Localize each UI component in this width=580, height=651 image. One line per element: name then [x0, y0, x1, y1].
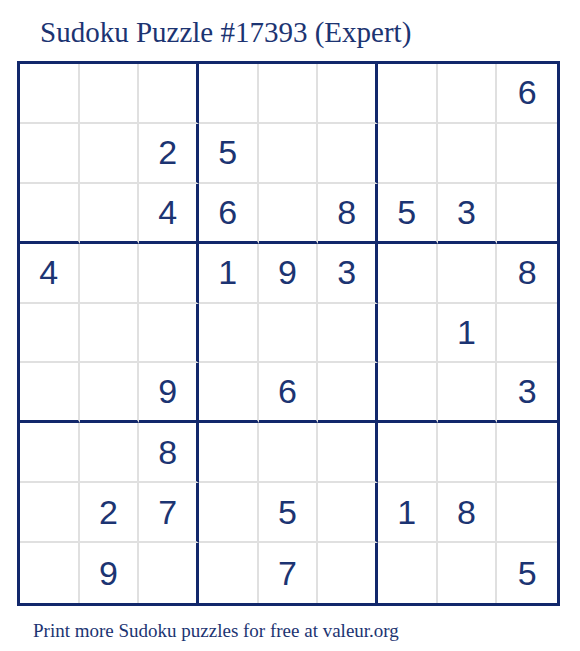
cell-r1c1	[20, 64, 80, 124]
cell-r2c8	[438, 124, 498, 184]
cell-r2c4: 5	[199, 124, 259, 184]
cell-r6c3: 9	[139, 363, 199, 423]
cell-r2c5	[259, 124, 319, 184]
cell-r1c4	[199, 64, 259, 124]
cell-r6c2	[80, 363, 140, 423]
cell-r4c4: 1	[199, 244, 259, 304]
cell-r8c7: 1	[378, 483, 438, 543]
cell-r7c7	[378, 423, 438, 483]
cell-r4c3	[139, 244, 199, 304]
cell-r5c1	[20, 304, 80, 364]
cell-r5c2	[80, 304, 140, 364]
cell-r2c9	[497, 124, 557, 184]
cell-r1c9: 6	[497, 64, 557, 124]
cell-r9c2: 9	[80, 543, 140, 603]
cell-r5c3	[139, 304, 199, 364]
cell-r8c6	[318, 483, 378, 543]
cell-r9c9: 5	[497, 543, 557, 603]
cell-r8c3: 7	[139, 483, 199, 543]
cell-r7c3: 8	[139, 423, 199, 483]
cell-r5c8: 1	[438, 304, 498, 364]
cell-r8c9	[497, 483, 557, 543]
cell-r7c2	[80, 423, 140, 483]
cell-r3c7: 5	[378, 184, 438, 244]
cell-r3c3: 4	[139, 184, 199, 244]
cell-r2c2	[80, 124, 140, 184]
cell-r1c7	[378, 64, 438, 124]
cell-r9c4	[199, 543, 259, 603]
footer-text: Print more Sudoku puzzles for free at va…	[33, 620, 580, 642]
cell-r5c7	[378, 304, 438, 364]
cell-r1c6	[318, 64, 378, 124]
cell-r8c5: 5	[259, 483, 319, 543]
cell-r9c7	[378, 543, 438, 603]
cell-r6c9: 3	[497, 363, 557, 423]
cell-r7c5	[259, 423, 319, 483]
cell-r5c6	[318, 304, 378, 364]
cell-r3c8: 3	[438, 184, 498, 244]
cell-r6c6	[318, 363, 378, 423]
cell-r6c5: 6	[259, 363, 319, 423]
cell-r2c6	[318, 124, 378, 184]
cell-r2c1	[20, 124, 80, 184]
cell-r4c8	[438, 244, 498, 304]
cell-r6c7	[378, 363, 438, 423]
cell-r4c9: 8	[497, 244, 557, 304]
cell-r8c2: 2	[80, 483, 140, 543]
cell-r4c2	[80, 244, 140, 304]
cell-r1c2	[80, 64, 140, 124]
cell-r5c4	[199, 304, 259, 364]
cell-r1c5	[259, 64, 319, 124]
cell-r3c4: 6	[199, 184, 259, 244]
cell-r3c1	[20, 184, 80, 244]
cell-r9c8	[438, 543, 498, 603]
cell-r3c9	[497, 184, 557, 244]
cell-r7c6	[318, 423, 378, 483]
cell-r7c9	[497, 423, 557, 483]
cell-r4c7	[378, 244, 438, 304]
page-title: Sudoku Puzzle #17393 (Expert)	[40, 16, 580, 49]
cell-r1c3	[139, 64, 199, 124]
cell-r9c6	[318, 543, 378, 603]
cell-r5c5	[259, 304, 319, 364]
cell-r1c8	[438, 64, 498, 124]
cell-r8c1	[20, 483, 80, 543]
cell-r9c3	[139, 543, 199, 603]
cell-r3c2	[80, 184, 140, 244]
cell-r7c1	[20, 423, 80, 483]
cell-r4c6: 3	[318, 244, 378, 304]
cell-r4c1: 4	[20, 244, 80, 304]
cell-r9c1	[20, 543, 80, 603]
cell-r3c6: 8	[318, 184, 378, 244]
sudoku-grid: 62546853419381963827518975	[17, 61, 560, 606]
cell-r3c5	[259, 184, 319, 244]
cell-r6c8	[438, 363, 498, 423]
cell-r7c8	[438, 423, 498, 483]
cell-r4c5: 9	[259, 244, 319, 304]
cell-r9c5: 7	[259, 543, 319, 603]
cell-r6c1	[20, 363, 80, 423]
cell-r5c9	[497, 304, 557, 364]
cell-r8c8: 8	[438, 483, 498, 543]
cell-r2c7	[378, 124, 438, 184]
cell-r6c4	[199, 363, 259, 423]
cell-r2c3: 2	[139, 124, 199, 184]
cell-r7c4	[199, 423, 259, 483]
cell-r8c4	[199, 483, 259, 543]
